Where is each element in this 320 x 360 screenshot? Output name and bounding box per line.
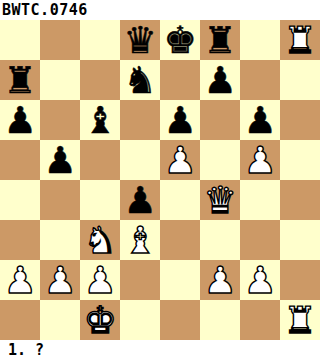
- piece-white-pawn[interactable]: ♟: [83, 262, 116, 299]
- square-a3[interactable]: [0, 220, 40, 260]
- square-c5[interactable]: [80, 140, 120, 180]
- piece-white-knight[interactable]: ♞: [83, 222, 116, 259]
- square-e2[interactable]: [160, 260, 200, 300]
- piece-black-pawn[interactable]: ♟: [123, 182, 156, 219]
- square-h1[interactable]: ♜: [280, 300, 320, 340]
- square-c4[interactable]: [80, 180, 120, 220]
- square-c1[interactable]: ♚: [80, 300, 120, 340]
- piece-black-queen[interactable]: ♛: [123, 22, 156, 59]
- square-f5[interactable]: [200, 140, 240, 180]
- square-d5[interactable]: [120, 140, 160, 180]
- square-e3[interactable]: [160, 220, 200, 260]
- piece-black-pawn[interactable]: ♟: [203, 62, 236, 99]
- square-g1[interactable]: [240, 300, 280, 340]
- square-b7[interactable]: [40, 60, 80, 100]
- piece-white-rook[interactable]: ♜: [283, 302, 316, 339]
- square-a1[interactable]: [0, 300, 40, 340]
- square-g5[interactable]: ♟: [240, 140, 280, 180]
- square-d4[interactable]: ♟: [120, 180, 160, 220]
- piece-black-rook[interactable]: ♜: [3, 62, 36, 99]
- square-a2[interactable]: ♟: [0, 260, 40, 300]
- square-f6[interactable]: [200, 100, 240, 140]
- square-d1[interactable]: [120, 300, 160, 340]
- square-e7[interactable]: [160, 60, 200, 100]
- square-b1[interactable]: [40, 300, 80, 340]
- square-c7[interactable]: [80, 60, 120, 100]
- piece-white-pawn[interactable]: ♟: [243, 142, 276, 179]
- square-b3[interactable]: [40, 220, 80, 260]
- square-f1[interactable]: [200, 300, 240, 340]
- piece-black-rook[interactable]: ♜: [203, 22, 236, 59]
- square-c6[interactable]: ♝: [80, 100, 120, 140]
- square-f3[interactable]: [200, 220, 240, 260]
- piece-black-knight[interactable]: ♞: [123, 62, 156, 99]
- square-c8[interactable]: [80, 20, 120, 60]
- piece-white-pawn[interactable]: ♟: [243, 262, 276, 299]
- square-h2[interactable]: [280, 260, 320, 300]
- square-h4[interactable]: [280, 180, 320, 220]
- square-f2[interactable]: ♟: [200, 260, 240, 300]
- square-h7[interactable]: [280, 60, 320, 100]
- square-b6[interactable]: [40, 100, 80, 140]
- square-b2[interactable]: ♟: [40, 260, 80, 300]
- square-c3[interactable]: ♞: [80, 220, 120, 260]
- square-d6[interactable]: [120, 100, 160, 140]
- square-g3[interactable]: [240, 220, 280, 260]
- piece-white-queen[interactable]: ♛: [203, 182, 236, 219]
- square-b5[interactable]: ♟: [40, 140, 80, 180]
- square-g7[interactable]: [240, 60, 280, 100]
- square-f8[interactable]: ♜: [200, 20, 240, 60]
- chess-board: ♛♚♜♜♜♞♟♟♝♟♟♟♟♟♟♛♞♝♟♟♟♟♟♚♜: [0, 20, 320, 340]
- square-f7[interactable]: ♟: [200, 60, 240, 100]
- square-e4[interactable]: [160, 180, 200, 220]
- square-h8[interactable]: ♜: [280, 20, 320, 60]
- piece-black-pawn[interactable]: ♟: [43, 142, 76, 179]
- square-c2[interactable]: ♟: [80, 260, 120, 300]
- puzzle-id: BWTC.0746: [2, 1, 88, 19]
- square-b4[interactable]: [40, 180, 80, 220]
- square-d2[interactable]: [120, 260, 160, 300]
- square-e5[interactable]: ♟: [160, 140, 200, 180]
- square-g8[interactable]: [240, 20, 280, 60]
- piece-black-pawn[interactable]: ♟: [3, 102, 36, 139]
- square-g2[interactable]: ♟: [240, 260, 280, 300]
- move-prompt: 1. ?: [8, 341, 44, 359]
- square-e1[interactable]: [160, 300, 200, 340]
- piece-black-pawn[interactable]: ♟: [163, 102, 196, 139]
- piece-black-bishop[interactable]: ♝: [83, 102, 116, 139]
- square-a5[interactable]: [0, 140, 40, 180]
- piece-white-pawn[interactable]: ♟: [203, 262, 236, 299]
- square-h5[interactable]: [280, 140, 320, 180]
- square-h6[interactable]: [280, 100, 320, 140]
- piece-white-pawn[interactable]: ♟: [43, 262, 76, 299]
- square-b8[interactable]: [40, 20, 80, 60]
- square-a8[interactable]: [0, 20, 40, 60]
- piece-black-king[interactable]: ♚: [163, 22, 196, 59]
- square-h3[interactable]: [280, 220, 320, 260]
- square-e6[interactable]: ♟: [160, 100, 200, 140]
- square-d7[interactable]: ♞: [120, 60, 160, 100]
- square-g4[interactable]: [240, 180, 280, 220]
- square-d3[interactable]: ♝: [120, 220, 160, 260]
- piece-white-pawn[interactable]: ♟: [163, 142, 196, 179]
- piece-white-rook[interactable]: ♜: [283, 22, 316, 59]
- piece-white-king[interactable]: ♚: [83, 302, 116, 339]
- square-e8[interactable]: ♚: [160, 20, 200, 60]
- status-bar: 1. ?: [0, 340, 320, 360]
- square-f4[interactable]: ♛: [200, 180, 240, 220]
- piece-white-bishop[interactable]: ♝: [123, 222, 156, 259]
- title-bar: BWTC.0746: [0, 0, 320, 20]
- square-a4[interactable]: [0, 180, 40, 220]
- square-g6[interactable]: ♟: [240, 100, 280, 140]
- square-a7[interactable]: ♜: [0, 60, 40, 100]
- square-a6[interactable]: ♟: [0, 100, 40, 140]
- piece-white-pawn[interactable]: ♟: [3, 262, 36, 299]
- square-d8[interactable]: ♛: [120, 20, 160, 60]
- piece-black-pawn[interactable]: ♟: [243, 102, 276, 139]
